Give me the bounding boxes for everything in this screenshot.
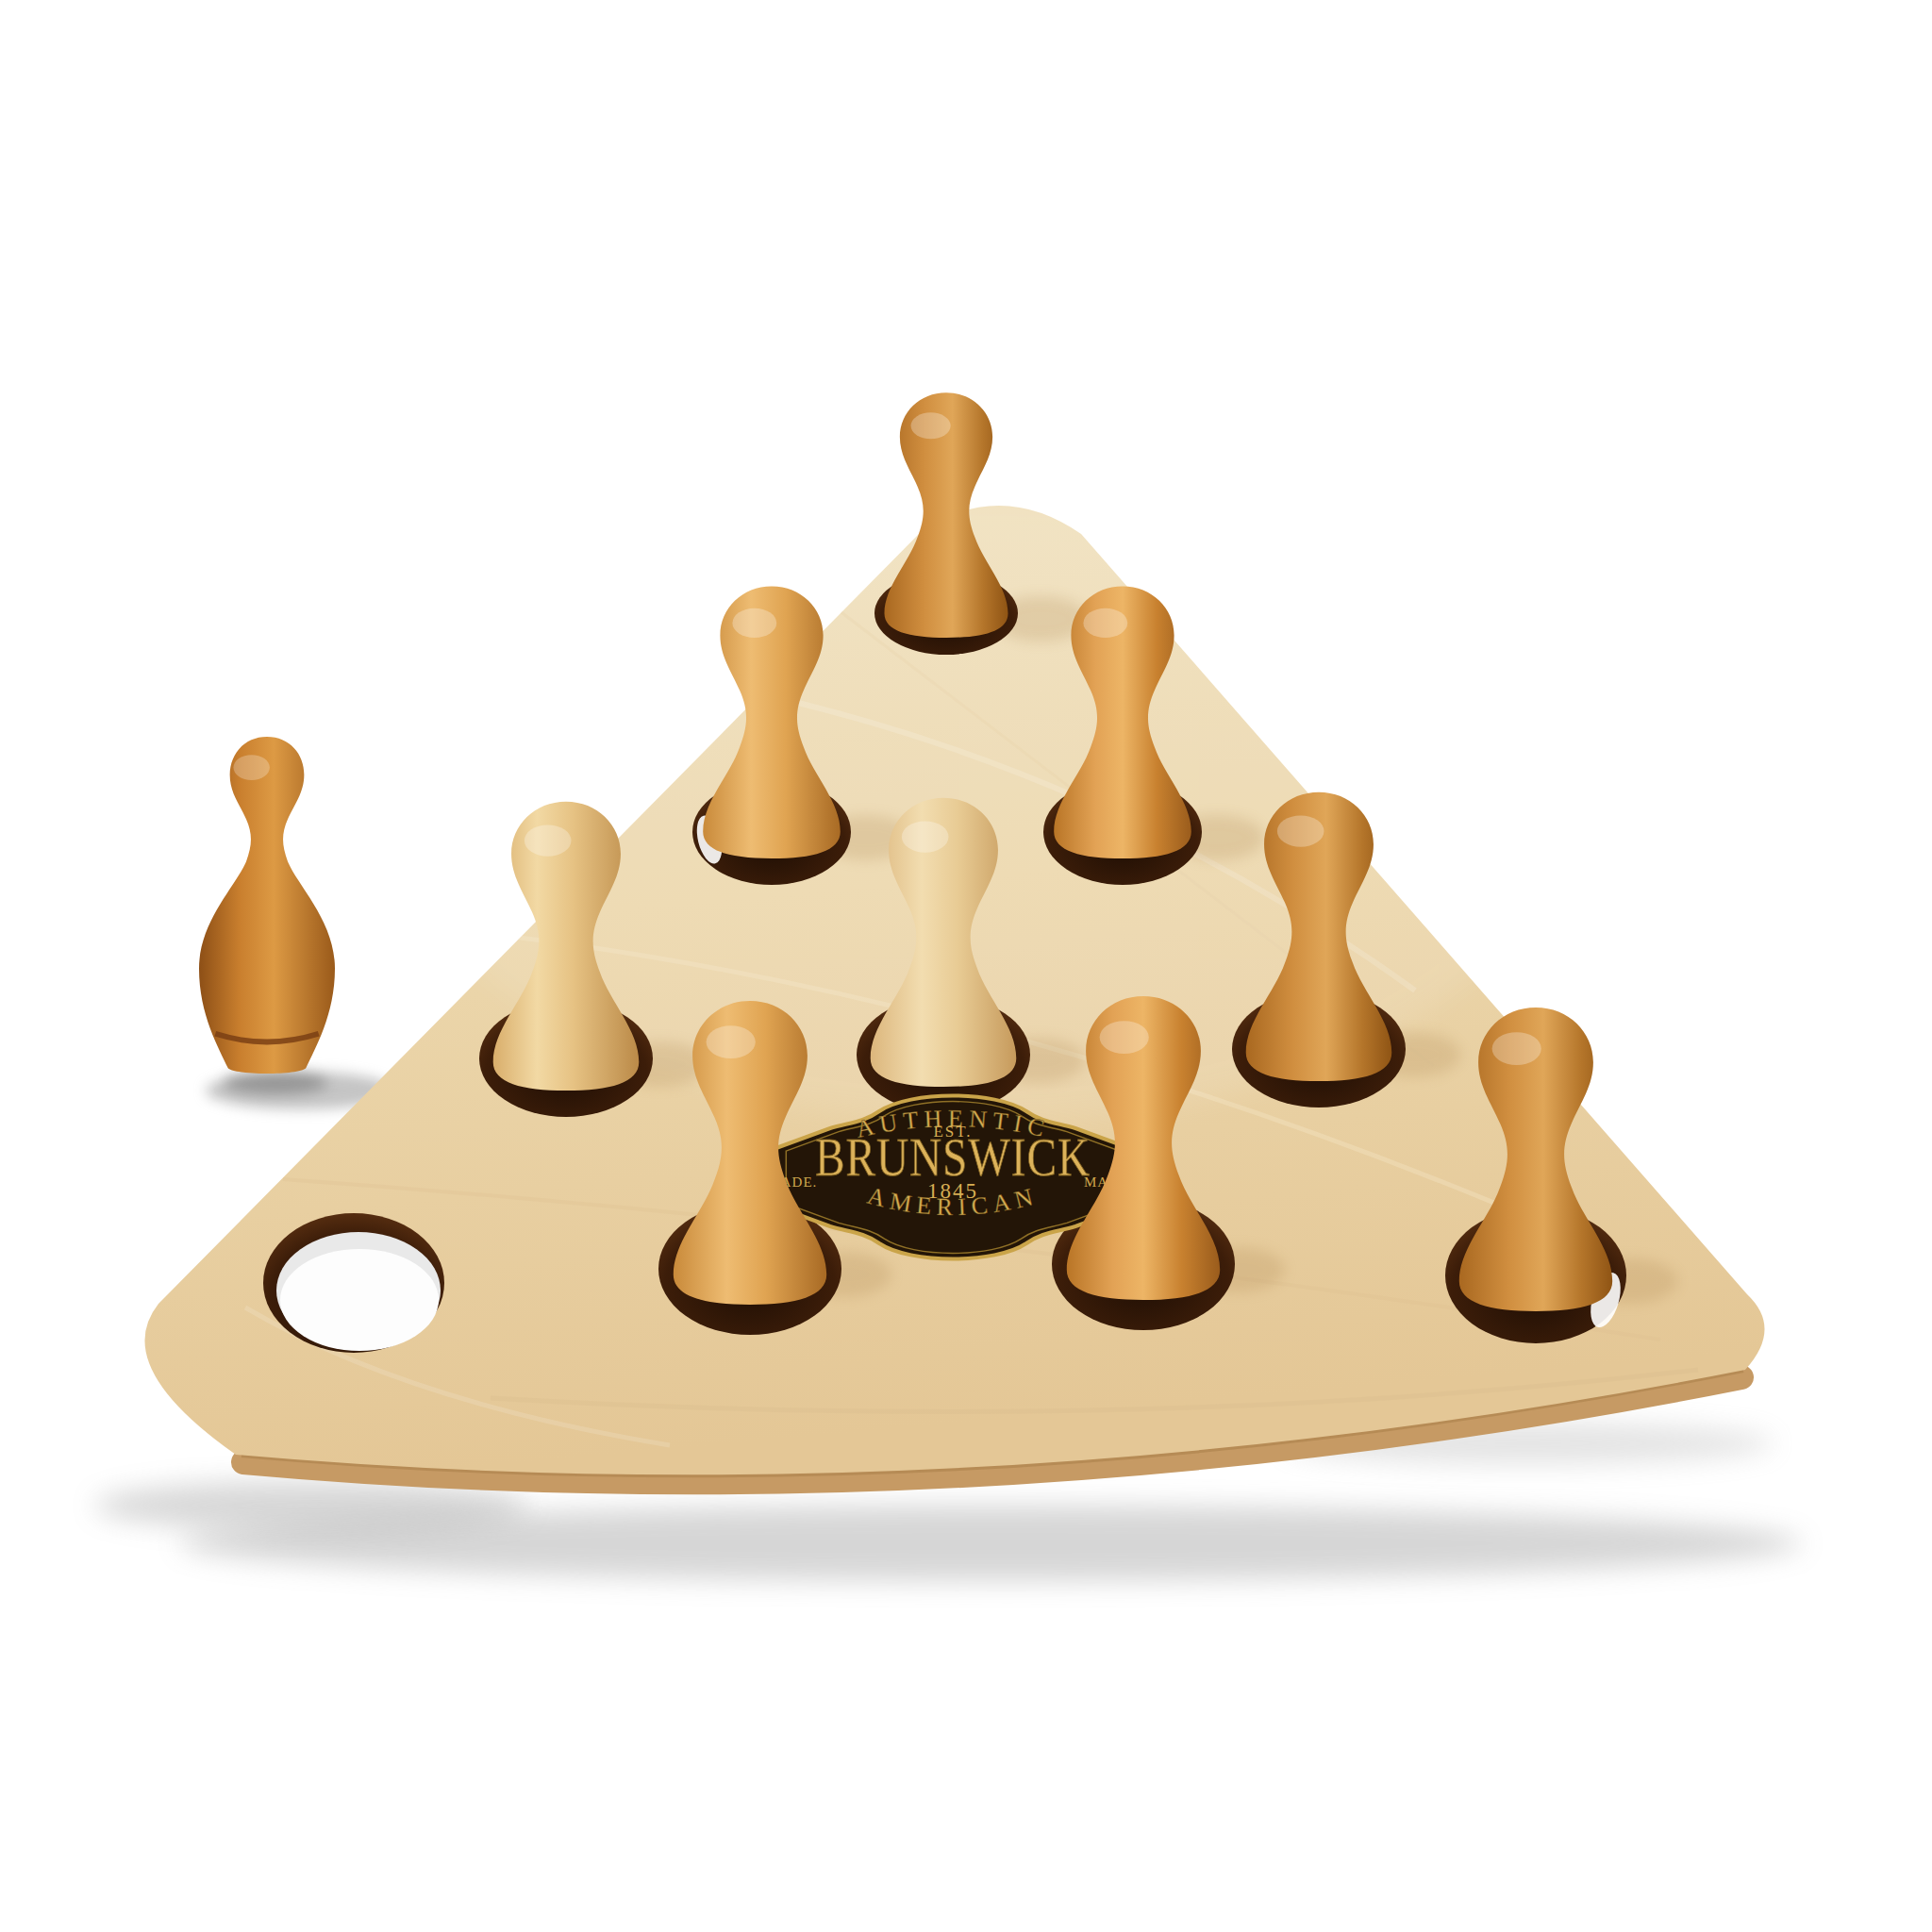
plate-brand-text: BRUNSWICK: [815, 1128, 1091, 1187]
offboard-peg[interactable]: [199, 737, 335, 1074]
hole-r4c1-empty[interactable]: [263, 1213, 444, 1353]
through-hole-view: [276, 1232, 441, 1351]
scene: AUTHENTIC EST. BRUNSWICK 1845 AMERICAN A…: [0, 0, 1932, 1932]
board: AUTHENTIC EST. BRUNSWICK 1845 AMERICAN A…: [144, 392, 1764, 1482]
